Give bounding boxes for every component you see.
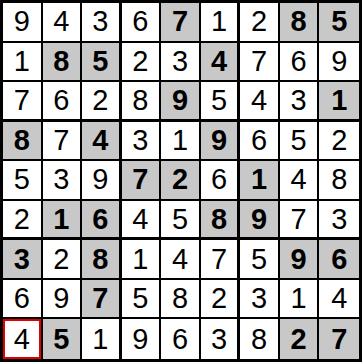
sudoku-digit: 3 <box>172 47 188 76</box>
sudoku-digit: 9 <box>291 245 307 274</box>
sudoku-cell-r7c9[interactable]: 6 <box>319 240 359 280</box>
sudoku-digit: 1 <box>291 284 307 313</box>
sudoku-cell-r2c9[interactable]: 9 <box>319 43 359 83</box>
sudoku-cell-r9c8[interactable]: 2 <box>280 319 320 359</box>
sudoku-cell-r8c9[interactable]: 4 <box>319 280 359 320</box>
sudoku-cell-r6c4[interactable]: 4 <box>122 201 162 241</box>
sudoku-digit: 2 <box>53 245 69 274</box>
sudoku-cell-r9c3[interactable]: 1 <box>82 319 122 359</box>
sudoku-cell-r4c1[interactable]: 8 <box>3 122 43 162</box>
sudoku-digit: 5 <box>92 47 108 76</box>
sudoku-cell-r7c7[interactable]: 5 <box>240 240 280 280</box>
sudoku-digit: 2 <box>172 165 188 194</box>
sudoku-cell-r3c6[interactable]: 5 <box>201 82 241 122</box>
sudoku-digit: 5 <box>211 86 227 115</box>
sudoku-cell-r4c5[interactable]: 1 <box>161 122 201 162</box>
sudoku-cell-r2c8[interactable]: 6 <box>280 43 320 83</box>
sudoku-digit: 6 <box>14 284 30 313</box>
sudoku-cell-r9c5[interactable]: 6 <box>161 319 201 359</box>
sudoku-cell-r1c7[interactable]: 2 <box>240 3 280 43</box>
sudoku-cell-r3c1[interactable]: 7 <box>3 82 43 122</box>
sudoku-cell-r4c6[interactable]: 9 <box>201 122 241 162</box>
sudoku-cell-r5c9[interactable]: 8 <box>319 161 359 201</box>
sudoku-digit: 6 <box>211 165 227 194</box>
sudoku-digit: 4 <box>291 165 307 194</box>
sudoku-cell-r3c4[interactable]: 8 <box>122 82 162 122</box>
sudoku-cell-r7c2[interactable]: 2 <box>43 240 83 280</box>
sudoku-digit: 8 <box>251 325 267 354</box>
sudoku-cell-r2c4[interactable]: 2 <box>122 43 162 83</box>
sudoku-cell-r5c8[interactable]: 4 <box>280 161 320 201</box>
sudoku-cell-r8c6[interactable]: 2 <box>201 280 241 320</box>
sudoku-digit: 7 <box>251 47 267 76</box>
sudoku-cell-r4c8[interactable]: 5 <box>280 122 320 162</box>
sudoku-cell-r6c3[interactable]: 6 <box>82 201 122 241</box>
sudoku-digit: 1 <box>172 126 188 155</box>
sudoku-digit: 8 <box>172 284 188 313</box>
sudoku-digit: 5 <box>14 165 30 194</box>
sudoku-digit: 3 <box>132 126 148 155</box>
sudoku-cell-r3c7[interactable]: 4 <box>240 82 280 122</box>
sudoku-digit: 5 <box>132 284 148 313</box>
sudoku-cell-r4c4[interactable]: 3 <box>122 122 162 162</box>
sudoku-digit: 9 <box>14 7 30 36</box>
sudoku-digit: 9 <box>331 47 347 76</box>
sudoku-cell-r9c7[interactable]: 8 <box>240 319 280 359</box>
sudoku-cell-r5c2[interactable]: 3 <box>43 161 83 201</box>
sudoku-digit: 1 <box>331 86 347 115</box>
sudoku-digit: 2 <box>14 205 30 234</box>
sudoku-digit: 2 <box>211 284 227 313</box>
sudoku-digit: 4 <box>14 325 30 354</box>
sudoku-digit: 9 <box>92 165 108 194</box>
sudoku-cell-r8c7[interactable]: 3 <box>240 280 280 320</box>
sudoku-digit: 6 <box>291 47 307 76</box>
sudoku-board: 9436712851852347697628954318743196525397… <box>0 0 362 362</box>
sudoku-digit: 8 <box>291 7 307 36</box>
sudoku-digit: 6 <box>53 86 69 115</box>
sudoku-cell-r3c5[interactable]: 9 <box>161 82 201 122</box>
sudoku-digit: 7 <box>291 205 307 234</box>
sudoku-cell-r4c7[interactable]: 6 <box>240 122 280 162</box>
sudoku-digit: 1 <box>14 47 30 76</box>
sudoku-digit: 9 <box>172 86 188 115</box>
sudoku-digit: 9 <box>132 325 148 354</box>
sudoku-cell-r1c6[interactable]: 1 <box>201 3 241 43</box>
sudoku-cell-r8c1[interactable]: 6 <box>3 280 43 320</box>
sudoku-cell-r3c2[interactable]: 6 <box>43 82 83 122</box>
sudoku-digit: 3 <box>53 165 69 194</box>
sudoku-digit: 4 <box>172 245 188 274</box>
sudoku-digit: 3 <box>211 325 227 354</box>
sudoku-cell-r9c1[interactable]: 4 <box>3 319 43 359</box>
sudoku-cell-r2c3[interactable]: 5 <box>82 43 122 83</box>
sudoku-digit: 8 <box>211 205 227 234</box>
sudoku-cell-r8c4[interactable]: 5 <box>122 280 162 320</box>
sudoku-cell-r6c9[interactable]: 3 <box>319 201 359 241</box>
sudoku-cell-r6c5[interactable]: 5 <box>161 201 201 241</box>
sudoku-digit: 6 <box>172 325 188 354</box>
sudoku-cell-r6c8[interactable]: 7 <box>280 201 320 241</box>
sudoku-digit: 3 <box>251 284 267 313</box>
sudoku-cell-r5c7[interactable]: 1 <box>240 161 280 201</box>
sudoku-cell-r7c8[interactable]: 9 <box>280 240 320 280</box>
sudoku-digit: 9 <box>53 284 69 313</box>
sudoku-digit: 5 <box>53 325 69 354</box>
sudoku-cell-r4c9[interactable]: 2 <box>319 122 359 162</box>
sudoku-cell-r9c4[interactable]: 9 <box>122 319 162 359</box>
sudoku-digit: 5 <box>291 126 307 155</box>
sudoku-cell-r9c2[interactable]: 5 <box>43 319 83 359</box>
sudoku-digit: 8 <box>132 86 148 115</box>
sudoku-digit: 8 <box>331 165 347 194</box>
sudoku-cell-r8c2[interactable]: 9 <box>43 280 83 320</box>
sudoku-digit: 4 <box>132 205 148 234</box>
sudoku-digit: 8 <box>92 245 108 274</box>
sudoku-cell-r2c7[interactable]: 7 <box>240 43 280 83</box>
sudoku-digit: 4 <box>331 284 347 313</box>
sudoku-cell-r2c5[interactable]: 3 <box>161 43 201 83</box>
sudoku-digit: 6 <box>92 205 108 234</box>
sudoku-cell-r1c2[interactable]: 4 <box>43 3 83 43</box>
sudoku-cell-r8c8[interactable]: 1 <box>280 280 320 320</box>
sudoku-cell-r6c7[interactable]: 9 <box>240 201 280 241</box>
sudoku-cell-r3c8[interactable]: 3 <box>280 82 320 122</box>
sudoku-cell-r7c3[interactable]: 8 <box>82 240 122 280</box>
sudoku-digit: 2 <box>132 47 148 76</box>
sudoku-digit: 7 <box>211 245 227 274</box>
sudoku-cell-r3c9[interactable]: 1 <box>319 82 359 122</box>
sudoku-digit: 9 <box>211 126 227 155</box>
sudoku-digit: 1 <box>132 245 148 274</box>
sudoku-cell-r1c9[interactable]: 5 <box>319 3 359 43</box>
sudoku-cell-r7c6[interactable]: 7 <box>201 240 241 280</box>
sudoku-cell-r2c2[interactable]: 8 <box>43 43 83 83</box>
sudoku-cell-r9c6[interactable]: 3 <box>201 319 241 359</box>
sudoku-cell-r6c2[interactable]: 1 <box>43 201 83 241</box>
sudoku-cell-r1c4[interactable]: 6 <box>122 3 162 43</box>
sudoku-digit: 4 <box>92 126 108 155</box>
sudoku-digit: 7 <box>92 284 108 313</box>
sudoku-cell-r7c5[interactable]: 4 <box>161 240 201 280</box>
sudoku-digit: 3 <box>92 7 108 36</box>
sudoku-cell-r4c3[interactable]: 4 <box>82 122 122 162</box>
sudoku-cell-r9c9[interactable]: 7 <box>319 319 359 359</box>
sudoku-digit: 3 <box>291 86 307 115</box>
sudoku-cell-r1c3[interactable]: 3 <box>82 3 122 43</box>
sudoku-digit: 4 <box>251 86 267 115</box>
sudoku-cell-r1c5[interactable]: 7 <box>161 3 201 43</box>
sudoku-digit: 7 <box>14 86 30 115</box>
sudoku-digit: 4 <box>53 7 69 36</box>
sudoku-cell-r8c3[interactable]: 7 <box>82 280 122 320</box>
sudoku-cell-r3c3[interactable]: 2 <box>82 82 122 122</box>
sudoku-digit: 8 <box>14 126 30 155</box>
sudoku-cell-r2c1[interactable]: 1 <box>3 43 43 83</box>
sudoku-digit: 3 <box>14 245 30 274</box>
sudoku-digit: 2 <box>331 126 347 155</box>
sudoku-digit: 1 <box>92 325 108 354</box>
sudoku-cell-r8c5[interactable]: 8 <box>161 280 201 320</box>
sudoku-digit: 7 <box>172 7 188 36</box>
sudoku-digit: 3 <box>331 205 347 234</box>
sudoku-digit: 1 <box>53 205 69 234</box>
sudoku-cell-r7c4[interactable]: 1 <box>122 240 162 280</box>
sudoku-cell-r6c1[interactable]: 2 <box>3 201 43 241</box>
sudoku-cell-r2c6[interactable]: 4 <box>201 43 241 83</box>
sudoku-digit: 7 <box>132 165 148 194</box>
sudoku-digit: 4 <box>211 47 227 76</box>
sudoku-cell-r5c5[interactable]: 2 <box>161 161 201 201</box>
sudoku-cell-r5c6[interactable]: 6 <box>201 161 241 201</box>
sudoku-digit: 2 <box>251 7 267 36</box>
sudoku-digit: 7 <box>53 126 69 155</box>
sudoku-cell-r1c1[interactable]: 9 <box>3 3 43 43</box>
sudoku-digit: 5 <box>251 245 267 274</box>
sudoku-digit: 2 <box>291 325 307 354</box>
sudoku-digit: 6 <box>132 7 148 36</box>
sudoku-digit: 1 <box>211 7 227 36</box>
sudoku-cell-r4c2[interactable]: 7 <box>43 122 83 162</box>
sudoku-cell-r1c8[interactable]: 8 <box>280 3 320 43</box>
sudoku-digit: 9 <box>251 205 267 234</box>
sudoku-digit: 2 <box>92 86 108 115</box>
sudoku-cell-r7c1[interactable]: 3 <box>3 240 43 280</box>
sudoku-cell-r5c3[interactable]: 9 <box>82 161 122 201</box>
sudoku-digit: 7 <box>331 325 347 354</box>
sudoku-cell-r5c4[interactable]: 7 <box>122 161 162 201</box>
sudoku-cell-r6c6[interactable]: 8 <box>201 201 241 241</box>
sudoku-digit: 5 <box>172 205 188 234</box>
sudoku-cell-r5c1[interactable]: 5 <box>3 161 43 201</box>
sudoku-digit: 5 <box>331 7 347 36</box>
sudoku-digit: 1 <box>251 165 267 194</box>
sudoku-digit: 8 <box>53 47 69 76</box>
sudoku-digit: 6 <box>331 245 347 274</box>
sudoku-digit: 6 <box>251 126 267 155</box>
